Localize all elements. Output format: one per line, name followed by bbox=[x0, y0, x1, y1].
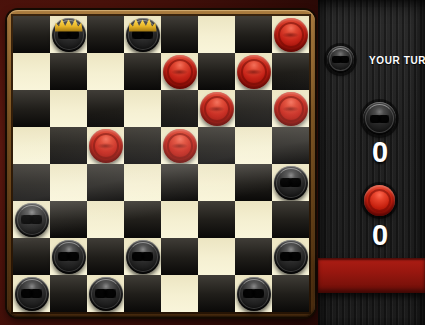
square-r1c4[interactable] bbox=[161, 53, 198, 90]
square-r4c7[interactable] bbox=[272, 164, 309, 201]
square-r4c5[interactable] bbox=[198, 164, 235, 201]
square-r6c6 bbox=[235, 238, 272, 275]
square-r1c7 bbox=[272, 53, 309, 90]
square-r7c2[interactable] bbox=[87, 275, 124, 312]
board-frame bbox=[7, 10, 315, 317]
square-r5c7 bbox=[272, 201, 309, 238]
checkers-board bbox=[13, 16, 309, 312]
square-r1c5 bbox=[198, 53, 235, 90]
square-r6c4 bbox=[161, 238, 198, 275]
red-man[interactable] bbox=[163, 55, 197, 89]
red-checker-icon bbox=[364, 185, 395, 216]
square-r2c4 bbox=[161, 90, 198, 127]
square-r0c7[interactable] bbox=[272, 16, 309, 53]
square-r5c3 bbox=[124, 201, 161, 238]
black-man[interactable] bbox=[15, 203, 49, 237]
square-r7c0[interactable] bbox=[13, 275, 50, 312]
black-king[interactable] bbox=[52, 18, 86, 52]
square-r2c1[interactable] bbox=[50, 90, 87, 127]
red-man[interactable] bbox=[274, 92, 308, 126]
square-r6c7[interactable] bbox=[272, 238, 309, 275]
square-r4c0 bbox=[13, 164, 50, 201]
square-r5c0[interactable] bbox=[13, 201, 50, 238]
red-man[interactable] bbox=[163, 129, 197, 163]
black-king[interactable] bbox=[126, 18, 160, 52]
square-r3c6[interactable] bbox=[235, 127, 272, 164]
square-r7c7 bbox=[272, 275, 309, 312]
red-man[interactable] bbox=[89, 129, 123, 163]
square-r6c1[interactable] bbox=[50, 238, 87, 275]
square-r7c1 bbox=[50, 275, 87, 312]
square-r2c3[interactable] bbox=[124, 90, 161, 127]
square-r5c6[interactable] bbox=[235, 201, 272, 238]
square-r7c3 bbox=[124, 275, 161, 312]
black-counter: 0 bbox=[352, 138, 408, 166]
bottom-red-bar bbox=[318, 258, 425, 293]
black-man[interactable] bbox=[15, 277, 49, 311]
red-counter: 0 bbox=[352, 221, 408, 249]
square-r7c6[interactable] bbox=[235, 275, 272, 312]
square-r6c2 bbox=[87, 238, 124, 275]
square-r3c7 bbox=[272, 127, 309, 164]
square-r0c6 bbox=[235, 16, 272, 53]
square-r7c5 bbox=[198, 275, 235, 312]
square-r0c2 bbox=[87, 16, 124, 53]
crown-icon bbox=[55, 19, 83, 32]
square-r5c1 bbox=[50, 201, 87, 238]
turn-label: YOUR TURN bbox=[369, 55, 425, 66]
square-r2c5[interactable] bbox=[198, 90, 235, 127]
black-man[interactable] bbox=[52, 240, 86, 274]
crown-icon bbox=[129, 19, 157, 32]
square-r1c2[interactable] bbox=[87, 53, 124, 90]
square-r4c2 bbox=[87, 164, 124, 201]
red-man[interactable] bbox=[274, 18, 308, 52]
square-r0c5[interactable] bbox=[198, 16, 235, 53]
square-r4c6 bbox=[235, 164, 272, 201]
black-checker-icon bbox=[363, 102, 396, 135]
square-r4c4 bbox=[161, 164, 198, 201]
red-man[interactable] bbox=[200, 92, 234, 126]
square-r1c6[interactable] bbox=[235, 53, 272, 90]
square-r5c2[interactable] bbox=[87, 201, 124, 238]
sidebar: YOUR TURN 0 0 bbox=[318, 0, 425, 325]
square-r0c4 bbox=[161, 16, 198, 53]
black-man[interactable] bbox=[274, 240, 308, 274]
square-r1c0[interactable] bbox=[13, 53, 50, 90]
square-r0c3[interactable] bbox=[124, 16, 161, 53]
square-r0c0 bbox=[13, 16, 50, 53]
black-man[interactable] bbox=[274, 166, 308, 200]
square-r6c0 bbox=[13, 238, 50, 275]
square-r2c7[interactable] bbox=[272, 90, 309, 127]
square-r3c3 bbox=[124, 127, 161, 164]
square-r5c5 bbox=[198, 201, 235, 238]
square-r3c2[interactable] bbox=[87, 127, 124, 164]
square-r2c6 bbox=[235, 90, 272, 127]
square-r1c3 bbox=[124, 53, 161, 90]
square-r3c4[interactable] bbox=[161, 127, 198, 164]
square-r2c2 bbox=[87, 90, 124, 127]
square-r4c1[interactable] bbox=[50, 164, 87, 201]
red-man[interactable] bbox=[237, 55, 271, 89]
black-man[interactable] bbox=[126, 240, 160, 274]
square-r2c0 bbox=[13, 90, 50, 127]
square-r7c4[interactable] bbox=[161, 275, 198, 312]
square-r3c1 bbox=[50, 127, 87, 164]
black-man[interactable] bbox=[89, 277, 123, 311]
checkers-game-window: YOUR TURN 0 0 bbox=[0, 0, 425, 325]
board-panel bbox=[0, 0, 318, 325]
square-r5c4[interactable] bbox=[161, 201, 198, 238]
square-r3c5 bbox=[198, 127, 235, 164]
black-man[interactable] bbox=[237, 277, 271, 311]
square-r6c3[interactable] bbox=[124, 238, 161, 275]
square-r1c1 bbox=[50, 53, 87, 90]
square-r4c3[interactable] bbox=[124, 164, 161, 201]
turn-black-checker-icon bbox=[327, 46, 354, 73]
square-r6c5[interactable] bbox=[198, 238, 235, 275]
square-r3c0[interactable] bbox=[13, 127, 50, 164]
square-r0c1[interactable] bbox=[50, 16, 87, 53]
